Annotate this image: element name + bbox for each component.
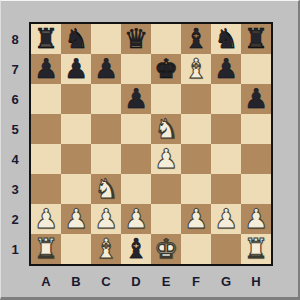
square-a5[interactable] xyxy=(31,114,61,144)
square-a4[interactable] xyxy=(31,144,61,174)
rank-label-6: 6 xyxy=(1,84,29,114)
piece-white-pawn-g2[interactable]: ♟ xyxy=(211,204,241,234)
square-d4[interactable] xyxy=(121,144,151,174)
piece-white-pawn-c2[interactable]: ♟ xyxy=(91,204,121,234)
square-b5[interactable] xyxy=(61,114,91,144)
file-labels: ABCDEFGH xyxy=(31,267,271,295)
square-c7[interactable]: ♟ xyxy=(91,54,121,84)
square-d7[interactable] xyxy=(121,54,151,84)
square-f4[interactable] xyxy=(181,144,211,174)
rank-label-4: 4 xyxy=(1,144,29,174)
square-g8[interactable]: ♞ xyxy=(211,24,241,54)
piece-white-pawn-e4[interactable]: ♟ xyxy=(151,144,181,174)
piece-black-bishop-f8[interactable]: ♝ xyxy=(181,24,211,54)
square-a6[interactable] xyxy=(31,84,61,114)
square-f7[interactable]: ♝ xyxy=(181,54,211,84)
piece-white-bishop-f7[interactable]: ♝ xyxy=(181,54,211,84)
piece-white-king-e1[interactable]: ♚ xyxy=(151,234,181,264)
piece-white-knight-c3[interactable]: ♞ xyxy=(91,174,121,204)
piece-black-pawn-h6[interactable]: ♟ xyxy=(241,84,271,114)
square-g2[interactable]: ♟ xyxy=(211,204,241,234)
chessboard-frame: 87654321 ♜♞♛♝♞♜♟♟♟♚♝♟♟♟♞♟♞♟♟♟♟♟♟♟♜♝♝♚♜ A… xyxy=(0,0,300,300)
square-b8[interactable]: ♞ xyxy=(61,24,91,54)
square-b3[interactable] xyxy=(61,174,91,204)
piece-black-pawn-d6[interactable]: ♟ xyxy=(121,84,151,114)
square-c4[interactable] xyxy=(91,144,121,174)
square-e5[interactable]: ♞ xyxy=(151,114,181,144)
square-e7[interactable]: ♚ xyxy=(151,54,181,84)
rank-label-5: 5 xyxy=(1,114,29,144)
rank-labels: 87654321 xyxy=(1,24,29,264)
square-f6[interactable] xyxy=(181,84,211,114)
square-f5[interactable] xyxy=(181,114,211,144)
square-e6[interactable] xyxy=(151,84,181,114)
square-d6[interactable]: ♟ xyxy=(121,84,151,114)
square-b2[interactable]: ♟ xyxy=(61,204,91,234)
square-a8[interactable]: ♜ xyxy=(31,24,61,54)
square-g5[interactable] xyxy=(211,114,241,144)
file-label-f: F xyxy=(181,267,211,295)
rank-label-1: 1 xyxy=(1,234,29,264)
chess-board[interactable]: ♜♞♛♝♞♜♟♟♟♚♝♟♟♟♞♟♞♟♟♟♟♟♟♟♜♝♝♚♜ xyxy=(29,22,273,266)
square-a2[interactable]: ♟ xyxy=(31,204,61,234)
square-d1[interactable]: ♝ xyxy=(121,234,151,264)
square-c3[interactable]: ♞ xyxy=(91,174,121,204)
piece-black-queen-d8[interactable]: ♛ xyxy=(121,24,151,54)
piece-white-bishop-c1[interactable]: ♝ xyxy=(91,234,121,264)
square-g4[interactable] xyxy=(211,144,241,174)
piece-white-pawn-h2[interactable]: ♟ xyxy=(241,204,271,234)
square-h5[interactable] xyxy=(241,114,271,144)
square-d2[interactable]: ♟ xyxy=(121,204,151,234)
square-a3[interactable] xyxy=(31,174,61,204)
file-label-h: H xyxy=(241,267,271,295)
square-b6[interactable] xyxy=(61,84,91,114)
piece-black-rook-h8[interactable]: ♜ xyxy=(241,24,271,54)
file-label-d: D xyxy=(121,267,151,295)
square-h3[interactable] xyxy=(241,174,271,204)
square-c2[interactable]: ♟ xyxy=(91,204,121,234)
square-e3[interactable] xyxy=(151,174,181,204)
square-h1[interactable]: ♜ xyxy=(241,234,271,264)
piece-black-bishop-d1[interactable]: ♝ xyxy=(121,234,151,264)
file-label-e: E xyxy=(151,267,181,295)
square-b1[interactable] xyxy=(61,234,91,264)
rank-label-7: 7 xyxy=(1,54,29,84)
square-h4[interactable] xyxy=(241,144,271,174)
piece-black-pawn-g7[interactable]: ♟ xyxy=(211,54,241,84)
square-h2[interactable]: ♟ xyxy=(241,204,271,234)
square-c6[interactable] xyxy=(91,84,121,114)
square-b7[interactable]: ♟ xyxy=(61,54,91,84)
piece-black-king-e7[interactable]: ♚ xyxy=(151,54,181,84)
piece-white-pawn-d2[interactable]: ♟ xyxy=(121,204,151,234)
square-a7[interactable]: ♟ xyxy=(31,54,61,84)
square-c1[interactable]: ♝ xyxy=(91,234,121,264)
piece-black-pawn-b7[interactable]: ♟ xyxy=(61,54,91,84)
square-h8[interactable]: ♜ xyxy=(241,24,271,54)
piece-black-rook-a8[interactable]: ♜ xyxy=(31,24,61,54)
piece-black-pawn-c7[interactable]: ♟ xyxy=(91,54,121,84)
square-b4[interactable] xyxy=(61,144,91,174)
piece-white-knight-e5[interactable]: ♞ xyxy=(151,114,181,144)
rank-label-3: 3 xyxy=(1,174,29,204)
square-h7[interactable] xyxy=(241,54,271,84)
piece-white-pawn-a2[interactable]: ♟ xyxy=(31,204,61,234)
square-d5[interactable] xyxy=(121,114,151,144)
piece-white-rook-a1[interactable]: ♜ xyxy=(31,234,61,264)
file-label-c: C xyxy=(91,267,121,295)
square-e1[interactable]: ♚ xyxy=(151,234,181,264)
rank-label-8: 8 xyxy=(1,24,29,54)
piece-white-rook-h1[interactable]: ♜ xyxy=(241,234,271,264)
square-d8[interactable]: ♛ xyxy=(121,24,151,54)
square-e4[interactable]: ♟ xyxy=(151,144,181,174)
square-e8[interactable] xyxy=(151,24,181,54)
piece-black-knight-g8[interactable]: ♞ xyxy=(211,24,241,54)
square-g6[interactable] xyxy=(211,84,241,114)
rank-label-2: 2 xyxy=(1,204,29,234)
file-label-a: A xyxy=(31,267,61,295)
piece-black-pawn-a7[interactable]: ♟ xyxy=(31,54,61,84)
square-f1[interactable] xyxy=(181,234,211,264)
square-c5[interactable] xyxy=(91,114,121,144)
square-c8[interactable] xyxy=(91,24,121,54)
square-h6[interactable]: ♟ xyxy=(241,84,271,114)
square-d3[interactable] xyxy=(121,174,151,204)
square-e2[interactable] xyxy=(151,204,181,234)
piece-black-knight-b8[interactable]: ♞ xyxy=(61,24,91,54)
piece-white-pawn-f2[interactable]: ♟ xyxy=(181,204,211,234)
piece-white-pawn-b2[interactable]: ♟ xyxy=(61,204,91,234)
square-g3[interactable] xyxy=(211,174,241,204)
square-g1[interactable] xyxy=(211,234,241,264)
square-a1[interactable]: ♜ xyxy=(31,234,61,264)
square-f3[interactable] xyxy=(181,174,211,204)
square-g7[interactable]: ♟ xyxy=(211,54,241,84)
file-label-g: G xyxy=(211,267,241,295)
file-label-b: B xyxy=(61,267,91,295)
square-f8[interactable]: ♝ xyxy=(181,24,211,54)
square-f2[interactable]: ♟ xyxy=(181,204,211,234)
